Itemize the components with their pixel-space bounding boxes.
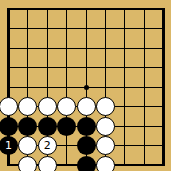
intersection-a4[interactable]	[0, 97, 18, 117]
intersection-h2[interactable]	[134, 136, 153, 156]
intersection-i4[interactable]	[154, 97, 171, 117]
white-stone	[18, 156, 37, 172]
black-stone	[18, 117, 37, 136]
intersection-e1[interactable]	[76, 155, 95, 171]
intersection-h4[interactable]	[134, 97, 153, 117]
intersection-h7[interactable]	[134, 38, 153, 58]
intersection-g7[interactable]	[115, 38, 134, 58]
intersection-e6[interactable]	[76, 58, 95, 78]
intersection-a3[interactable]	[0, 116, 18, 136]
intersection-d6[interactable]	[57, 58, 76, 78]
intersection-g2[interactable]	[115, 136, 134, 156]
intersection-d3[interactable]	[57, 116, 76, 136]
intersection-f2[interactable]	[96, 136, 115, 156]
intersection-i3[interactable]	[154, 116, 171, 136]
white-stone	[96, 156, 115, 172]
intersection-a6[interactable]	[0, 58, 18, 78]
intersection-i9[interactable]	[154, 0, 171, 19]
intersection-a8[interactable]	[0, 19, 18, 39]
intersection-h9[interactable]	[134, 0, 153, 19]
intersection-f6[interactable]	[96, 58, 115, 78]
intersection-e5[interactable]	[76, 77, 95, 97]
intersection-d9[interactable]	[57, 0, 76, 19]
move-number-label: 2	[44, 140, 51, 151]
white-stone	[96, 117, 115, 136]
intersection-f8[interactable]	[96, 19, 115, 39]
intersection-i2[interactable]	[154, 136, 171, 156]
white-stone	[57, 97, 76, 116]
intersection-c2[interactable]: 2	[38, 136, 57, 156]
white-stone	[38, 97, 57, 116]
intersection-h6[interactable]	[134, 58, 153, 78]
intersection-c3[interactable]	[38, 116, 57, 136]
intersection-d2[interactable]	[57, 136, 76, 156]
black-stone	[77, 156, 96, 172]
white-stone	[38, 156, 57, 172]
intersection-i8[interactable]	[154, 19, 171, 39]
intersection-i7[interactable]	[154, 38, 171, 58]
intersection-i5[interactable]	[154, 77, 171, 97]
white-stone: 2	[38, 136, 57, 155]
intersection-b5[interactable]	[18, 77, 37, 97]
intersection-b9[interactable]	[18, 0, 37, 19]
white-stone	[0, 97, 18, 116]
intersection-a2[interactable]: 1	[0, 136, 18, 156]
black-stone	[38, 117, 57, 136]
intersection-c1[interactable]	[38, 155, 57, 171]
black-stone	[57, 117, 76, 136]
black-stone: 1	[0, 136, 18, 155]
intersection-d8[interactable]	[57, 19, 76, 39]
intersection-f7[interactable]	[96, 38, 115, 58]
intersection-c9[interactable]	[38, 0, 57, 19]
move-number-label: 1	[5, 140, 12, 151]
intersection-b7[interactable]	[18, 38, 37, 58]
intersection-c6[interactable]	[38, 58, 57, 78]
intersection-g8[interactable]	[115, 19, 134, 39]
intersection-h5[interactable]	[134, 77, 153, 97]
go-board[interactable]: 12	[0, 0, 171, 171]
intersection-e2[interactable]	[76, 136, 95, 156]
intersection-f1[interactable]	[96, 155, 115, 171]
white-stone	[18, 97, 37, 116]
intersection-h8[interactable]	[134, 19, 153, 39]
intersection-f4[interactable]	[96, 97, 115, 117]
intersection-g4[interactable]	[115, 97, 134, 117]
intersection-c8[interactable]	[38, 19, 57, 39]
intersection-c4[interactable]	[38, 97, 57, 117]
intersection-e9[interactable]	[76, 0, 95, 19]
intersection-f9[interactable]	[96, 0, 115, 19]
intersection-e7[interactable]	[76, 38, 95, 58]
go-board-diagram: 12	[0, 0, 171, 171]
intersection-i6[interactable]	[154, 58, 171, 78]
intersection-b2[interactable]	[18, 136, 37, 156]
intersection-h3[interactable]	[134, 116, 153, 136]
intersection-h1[interactable]	[134, 155, 153, 171]
intersection-c7[interactable]	[38, 38, 57, 58]
intersection-e8[interactable]	[76, 19, 95, 39]
intersection-e4[interactable]	[76, 97, 95, 117]
white-stone	[96, 97, 115, 116]
white-stone	[96, 136, 115, 155]
intersection-c5[interactable]	[38, 77, 57, 97]
intersection-g6[interactable]	[115, 58, 134, 78]
intersection-f3[interactable]	[96, 116, 115, 136]
intersection-a7[interactable]	[0, 38, 18, 58]
black-stone	[77, 136, 96, 155]
intersection-g5[interactable]	[115, 77, 134, 97]
intersection-d1[interactable]	[57, 155, 76, 171]
intersection-a1[interactable]	[0, 155, 18, 171]
black-stone	[0, 117, 18, 136]
white-stone	[18, 136, 37, 155]
intersection-d7[interactable]	[57, 38, 76, 58]
intersection-b3[interactable]	[18, 116, 37, 136]
white-stone	[77, 97, 96, 116]
intersection-b8[interactable]	[18, 19, 37, 39]
intersection-d4[interactable]	[57, 97, 76, 117]
intersection-b6[interactable]	[18, 58, 37, 78]
intersection-g1[interactable]	[115, 155, 134, 171]
intersection-i1[interactable]	[154, 155, 171, 171]
intersection-g9[interactable]	[115, 0, 134, 19]
intersection-b1[interactable]	[18, 155, 37, 171]
intersection-b4[interactable]	[18, 97, 37, 117]
intersection-a5[interactable]	[0, 77, 18, 97]
intersection-e3[interactable]	[76, 116, 95, 136]
black-stone	[77, 117, 96, 136]
intersection-d5[interactable]	[57, 77, 76, 97]
intersection-g3[interactable]	[115, 116, 134, 136]
intersection-a9[interactable]	[0, 0, 18, 19]
intersection-f5[interactable]	[96, 77, 115, 97]
